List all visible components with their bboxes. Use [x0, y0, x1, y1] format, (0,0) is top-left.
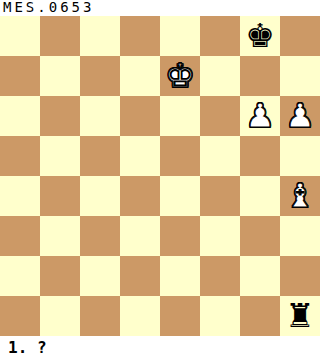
square-a4[interactable]	[0, 176, 40, 216]
square-b7[interactable]	[40, 56, 80, 96]
square-d5[interactable]	[120, 136, 160, 176]
piece-white-bishop: ♝	[285, 176, 315, 216]
square-e5[interactable]	[160, 136, 200, 176]
square-c7[interactable]	[80, 56, 120, 96]
square-c3[interactable]	[80, 216, 120, 256]
square-g8[interactable]: ♚	[240, 16, 280, 56]
square-g3[interactable]	[240, 216, 280, 256]
square-c6[interactable]	[80, 96, 120, 136]
diagram-title: MES.0653	[0, 0, 320, 16]
square-f3[interactable]	[200, 216, 240, 256]
square-g1[interactable]	[240, 296, 280, 336]
square-e7[interactable]: ♚	[160, 56, 200, 96]
piece-white-pawn: ♟	[245, 96, 275, 136]
square-b6[interactable]	[40, 96, 80, 136]
square-c1[interactable]	[80, 296, 120, 336]
square-b8[interactable]	[40, 16, 80, 56]
square-b3[interactable]	[40, 216, 80, 256]
square-e2[interactable]	[160, 256, 200, 296]
square-g6[interactable]: ♟	[240, 96, 280, 136]
square-h4[interactable]: ♝	[280, 176, 320, 216]
square-h7[interactable]	[280, 56, 320, 96]
square-a2[interactable]	[0, 256, 40, 296]
square-f2[interactable]	[200, 256, 240, 296]
piece-black-rook: ♜	[285, 296, 315, 336]
square-d4[interactable]	[120, 176, 160, 216]
square-d7[interactable]	[120, 56, 160, 96]
square-d1[interactable]	[120, 296, 160, 336]
square-b5[interactable]	[40, 136, 80, 176]
chess-board: ♚♚♟♟♝♜	[0, 16, 320, 336]
square-a1[interactable]	[0, 296, 40, 336]
square-h6[interactable]: ♟	[280, 96, 320, 136]
square-f1[interactable]	[200, 296, 240, 336]
move-prompt: 1. ?	[0, 336, 320, 360]
square-d2[interactable]	[120, 256, 160, 296]
square-b1[interactable]	[40, 296, 80, 336]
square-f5[interactable]	[200, 136, 240, 176]
square-c8[interactable]	[80, 16, 120, 56]
square-e6[interactable]	[160, 96, 200, 136]
square-a7[interactable]	[0, 56, 40, 96]
square-f8[interactable]	[200, 16, 240, 56]
square-b2[interactable]	[40, 256, 80, 296]
square-a8[interactable]	[0, 16, 40, 56]
square-b4[interactable]	[40, 176, 80, 216]
square-g2[interactable]	[240, 256, 280, 296]
square-c4[interactable]	[80, 176, 120, 216]
square-h3[interactable]	[280, 216, 320, 256]
square-c2[interactable]	[80, 256, 120, 296]
square-a5[interactable]	[0, 136, 40, 176]
square-e4[interactable]	[160, 176, 200, 216]
square-f4[interactable]	[200, 176, 240, 216]
square-e1[interactable]	[160, 296, 200, 336]
square-d8[interactable]	[120, 16, 160, 56]
square-e3[interactable]	[160, 216, 200, 256]
square-f6[interactable]	[200, 96, 240, 136]
piece-white-pawn: ♟	[285, 96, 315, 136]
square-c5[interactable]	[80, 136, 120, 176]
square-e8[interactable]	[160, 16, 200, 56]
square-d6[interactable]	[120, 96, 160, 136]
square-h5[interactable]	[280, 136, 320, 176]
piece-black-king: ♚	[245, 16, 275, 56]
square-h8[interactable]	[280, 16, 320, 56]
piece-white-king: ♚	[165, 56, 195, 96]
square-f7[interactable]	[200, 56, 240, 96]
square-d3[interactable]	[120, 216, 160, 256]
square-g7[interactable]	[240, 56, 280, 96]
square-g4[interactable]	[240, 176, 280, 216]
square-g5[interactable]	[240, 136, 280, 176]
square-h2[interactable]	[280, 256, 320, 296]
square-a3[interactable]	[0, 216, 40, 256]
square-h1[interactable]: ♜	[280, 296, 320, 336]
square-a6[interactable]	[0, 96, 40, 136]
